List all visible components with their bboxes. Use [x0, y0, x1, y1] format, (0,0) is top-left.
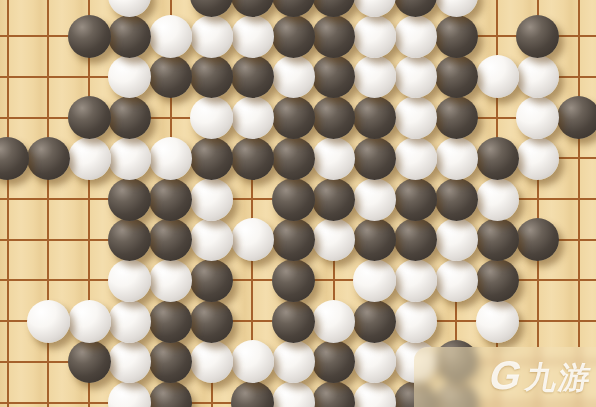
white-stone	[231, 218, 274, 261]
black-stone	[557, 96, 596, 139]
black-stone	[190, 300, 233, 343]
white-stone	[394, 55, 437, 98]
black-stone	[435, 178, 478, 221]
white-stone	[190, 178, 233, 221]
game-board[interactable]: G 九游	[0, 0, 596, 407]
black-stone	[312, 340, 355, 383]
white-stone	[516, 137, 559, 180]
white-stone	[68, 300, 111, 343]
black-stone	[231, 0, 274, 17]
white-stone	[108, 55, 151, 98]
black-stone	[435, 15, 478, 58]
black-stone	[108, 15, 151, 58]
black-stone	[108, 178, 151, 221]
black-stone	[435, 96, 478, 139]
black-stone	[394, 178, 437, 221]
black-stone	[231, 381, 274, 407]
white-stone	[353, 381, 396, 407]
white-stone	[108, 137, 151, 180]
white-stone	[149, 137, 192, 180]
white-stone	[435, 218, 478, 261]
black-stone	[68, 340, 111, 383]
black-stone	[108, 96, 151, 139]
black-stone	[108, 218, 151, 261]
white-stone	[353, 340, 396, 383]
white-stone	[312, 218, 355, 261]
black-stone	[272, 300, 315, 343]
white-stone	[435, 137, 478, 180]
black-stone	[190, 259, 233, 302]
watermark-text: 九游	[523, 362, 594, 393]
white-stone	[108, 300, 151, 343]
watermark-overlay: G 九游	[414, 347, 596, 407]
black-stone	[394, 218, 437, 261]
black-stone	[435, 55, 478, 98]
black-stone	[27, 137, 70, 180]
white-stone	[394, 137, 437, 180]
black-stone	[312, 96, 355, 139]
black-stone	[312, 0, 355, 17]
white-stone	[108, 381, 151, 407]
white-stone	[394, 300, 437, 343]
white-stone	[516, 96, 559, 139]
black-stone	[231, 55, 274, 98]
black-stone	[190, 55, 233, 98]
white-stone	[476, 178, 519, 221]
black-stone	[149, 381, 192, 407]
white-stone	[231, 15, 274, 58]
black-stone	[272, 259, 315, 302]
black-stone	[68, 15, 111, 58]
white-stone	[353, 178, 396, 221]
black-stone	[312, 178, 355, 221]
black-stone	[149, 340, 192, 383]
white-stone	[108, 340, 151, 383]
white-stone	[27, 300, 70, 343]
white-stone	[190, 96, 233, 139]
grid-vline	[47, 0, 49, 407]
black-stone	[190, 137, 233, 180]
white-stone	[394, 15, 437, 58]
white-stone	[353, 15, 396, 58]
black-stone	[353, 300, 396, 343]
white-stone	[272, 381, 315, 407]
white-stone	[272, 55, 315, 98]
white-stone	[149, 15, 192, 58]
white-stone	[353, 0, 396, 17]
black-stone	[272, 0, 315, 17]
grid-vline	[7, 0, 9, 407]
black-stone	[272, 137, 315, 180]
white-stone	[312, 300, 355, 343]
white-stone	[231, 96, 274, 139]
white-stone	[394, 96, 437, 139]
white-stone	[149, 259, 192, 302]
jiuyou-logo-icon: G	[485, 355, 526, 395]
white-stone	[231, 340, 274, 383]
black-stone	[476, 259, 519, 302]
black-stone	[312, 381, 355, 407]
black-stone	[272, 96, 315, 139]
white-stone	[353, 259, 396, 302]
jiuyou-watermark: G 九游	[490, 357, 592, 397]
white-stone	[435, 0, 478, 17]
white-stone	[190, 218, 233, 261]
white-stone	[272, 340, 315, 383]
white-stone	[353, 55, 396, 98]
black-stone	[272, 15, 315, 58]
black-stone	[149, 55, 192, 98]
black-stone	[394, 0, 437, 17]
black-stone	[353, 137, 396, 180]
black-stone	[231, 137, 274, 180]
black-stone	[272, 178, 315, 221]
black-stone	[149, 218, 192, 261]
white-stone	[190, 340, 233, 383]
grid-vline	[578, 0, 580, 407]
black-stone	[190, 0, 233, 17]
white-stone	[476, 55, 519, 98]
black-stone	[353, 218, 396, 261]
white-stone	[435, 259, 478, 302]
black-stone	[476, 137, 519, 180]
black-stone	[353, 96, 396, 139]
black-stone	[149, 300, 192, 343]
white-stone	[312, 137, 355, 180]
black-stone	[272, 218, 315, 261]
black-stone	[149, 178, 192, 221]
black-stone	[68, 96, 111, 139]
white-stone	[68, 137, 111, 180]
black-stone	[516, 218, 559, 261]
white-stone	[108, 259, 151, 302]
white-stone	[394, 259, 437, 302]
white-stone	[108, 0, 151, 17]
black-stone	[0, 137, 29, 180]
black-stone	[516, 15, 559, 58]
white-stone	[190, 15, 233, 58]
black-stone	[312, 15, 355, 58]
white-stone	[476, 300, 519, 343]
black-stone	[476, 218, 519, 261]
white-stone	[516, 55, 559, 98]
black-stone	[312, 55, 355, 98]
